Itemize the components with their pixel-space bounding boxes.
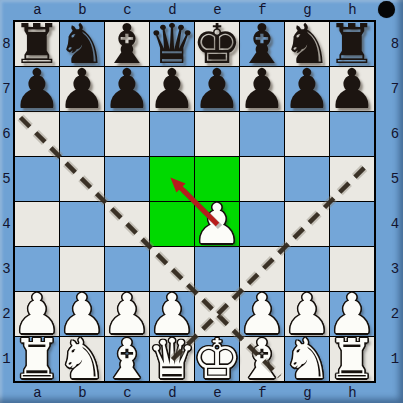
rank-label-left-2: 2 [0,292,13,337]
square-c1[interactable]: ♝ [105,337,149,381]
rank-label-right-6: 6 [387,112,403,157]
square-d4[interactable] [150,202,194,246]
piece-white-knight[interactable]: ♞ [57,337,106,381]
square-h5[interactable] [330,157,374,201]
square-f1[interactable]: ♝ [240,337,284,381]
square-g5[interactable] [285,157,329,201]
square-f7[interactable]: ♟ [240,67,284,111]
rank-label-right-4: 4 [387,202,403,247]
square-c4[interactable] [105,202,149,246]
black-to-move-indicator [378,1,395,18]
rank-label-left-5: 5 [0,157,13,202]
square-c7[interactable]: ♟ [105,67,149,111]
piece-white-pawn[interactable]: ♟ [192,202,241,246]
chess-board: ♜♞♝♛♚♝♞♜♟♟♟♟♟♟♟♟♟♟♟♟♟♟♟♟♜♞♝♛♚♝♞♜ [13,20,376,383]
piece-black-pawn[interactable]: ♟ [147,67,196,111]
piece-white-bishop[interactable]: ♝ [102,337,151,381]
rank-label-left-4: 4 [0,202,13,247]
piece-black-pawn[interactable]: ♟ [327,67,376,111]
piece-black-pawn[interactable]: ♟ [57,67,106,111]
piece-black-pawn[interactable]: ♟ [12,67,61,111]
square-g4[interactable] [285,202,329,246]
piece-black-pawn[interactable]: ♟ [192,67,241,111]
square-a4[interactable] [15,202,59,246]
piece-white-bishop[interactable]: ♝ [237,337,286,381]
piece-black-pawn[interactable]: ♟ [102,67,151,111]
rank-label-right-5: 5 [387,157,403,202]
piece-white-rook[interactable]: ♜ [327,337,376,381]
rank-label-left-7: 7 [0,67,13,112]
chess-board-frame: ♜♞♝♛♚♝♞♜♟♟♟♟♟♟♟♟♟♟♟♟♟♟♟♟♜♞♝♛♚♝♞♜ aabbccd… [0,0,403,403]
square-g7[interactable]: ♟ [285,67,329,111]
square-h1[interactable]: ♜ [330,337,374,381]
square-b1[interactable]: ♞ [60,337,104,381]
square-h7[interactable]: ♟ [330,67,374,111]
square-c5[interactable] [105,157,149,201]
square-b5[interactable] [60,157,104,201]
square-a1[interactable]: ♜ [15,337,59,381]
square-a5[interactable] [15,157,59,201]
rank-label-right-1: 1 [387,337,403,382]
piece-white-queen[interactable]: ♛ [147,337,196,381]
rank-label-left-1: 1 [0,337,13,382]
square-e7[interactable]: ♟ [195,67,239,111]
rank-label-right-3: 3 [387,247,403,292]
rank-label-left-3: 3 [0,247,13,292]
rank-label-right-2: 2 [387,292,403,337]
piece-black-pawn[interactable]: ♟ [237,67,286,111]
piece-black-pawn[interactable]: ♟ [282,67,331,111]
square-b7[interactable]: ♟ [60,67,104,111]
square-e1[interactable]: ♚ [195,337,239,381]
rank-label-left-8: 8 [0,22,13,67]
piece-white-king[interactable]: ♚ [192,337,241,381]
rank-label-right-7: 7 [387,67,403,112]
square-f4[interactable] [240,202,284,246]
square-h4[interactable] [330,202,374,246]
square-f5[interactable] [240,157,284,201]
piece-white-rook[interactable]: ♜ [12,337,61,381]
square-d1[interactable]: ♛ [150,337,194,381]
square-d7[interactable]: ♟ [150,67,194,111]
square-e4[interactable]: ♟ [195,202,239,246]
square-b4[interactable] [60,202,104,246]
rank-label-right-8: 8 [387,22,403,67]
square-g1[interactable]: ♞ [285,337,329,381]
square-a7[interactable]: ♟ [15,67,59,111]
piece-white-knight[interactable]: ♞ [282,337,331,381]
rank-label-left-6: 6 [0,112,13,157]
square-d5[interactable] [150,157,194,201]
